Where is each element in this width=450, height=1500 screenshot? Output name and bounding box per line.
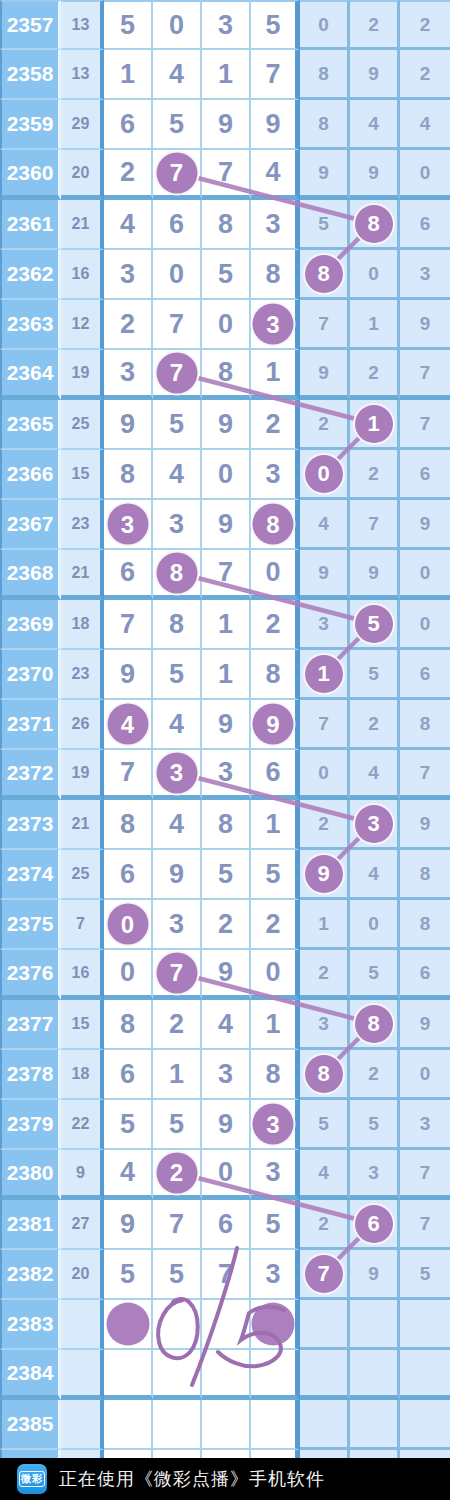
- table-row: 2372 19 7 3 3 6 0 4 7: [0, 750, 450, 800]
- period-cell: 2375: [0, 900, 61, 950]
- digit-cell-4: 1: [251, 1000, 300, 1050]
- digit-cell-4: [251, 1400, 300, 1450]
- stat-cell-2: 0: [350, 900, 400, 950]
- period-cell: 2363: [0, 300, 61, 350]
- digit-cell-3: 0: [202, 450, 251, 500]
- sum-cell: [61, 1400, 104, 1450]
- highlight-circle: 4: [105, 702, 150, 747]
- highlight-circle: 8: [251, 502, 296, 547]
- digit-cell-1: 6: [104, 550, 153, 600]
- highlight-circle: 8: [154, 550, 199, 595]
- stat-cell-3: 7: [400, 1200, 450, 1250]
- stat-cell-3: 2: [400, 50, 450, 100]
- digit-cell-1: 9: [104, 650, 153, 700]
- period-cell: 2379: [0, 1100, 61, 1150]
- stat-cell-1: 9: [300, 350, 350, 400]
- sum-cell: [61, 1300, 104, 1350]
- stat-cell-2: 9: [350, 1250, 400, 1300]
- prediction-dot: [252, 1303, 295, 1346]
- stat-cell-2: 2: [350, 450, 400, 500]
- stat-cell-1: [300, 1400, 350, 1450]
- sum-cell: 27: [61, 1200, 104, 1250]
- stat-cell-1: 5: [300, 200, 350, 250]
- period-cell: 2370: [0, 650, 61, 700]
- stat-cell-1: 5: [300, 1100, 350, 1150]
- digit-cell-1: 2: [104, 300, 153, 350]
- digit-cell-1: 6: [104, 850, 153, 900]
- table-row: 2364 19 3 7 8 1 9 2 7: [0, 350, 450, 400]
- digit-cell-1: 5: [104, 1100, 153, 1150]
- footer-status-text: 正在使用《微彩点播》手机软件: [59, 1467, 325, 1491]
- digit-cell-4: [251, 1450, 300, 1458]
- sum-cell: 23: [61, 500, 104, 550]
- stat-cell-1: 9: [300, 550, 350, 600]
- highlight-circle: 9: [303, 853, 345, 895]
- digit-cell-3: 7: [202, 150, 251, 200]
- period-cell: 2359: [0, 100, 61, 150]
- table-row: 2384: [0, 1350, 450, 1400]
- stat-cell-3: 9: [400, 500, 450, 550]
- highlight-circle: 3: [251, 302, 296, 347]
- stat-cell-2: 2: [350, 0, 400, 50]
- table-row: 2371 26 4 4 9 9 7 2 8: [0, 700, 450, 750]
- stat-cell-2: [350, 1350, 400, 1400]
- digit-cell-3: 1: [202, 650, 251, 700]
- digit-cell-3: [202, 1300, 251, 1350]
- digit-cell-4: 8: [251, 650, 300, 700]
- table-row: [0, 1450, 450, 1458]
- footer-bar: 微彩 正在使用《微彩点播》手机软件: [0, 1458, 450, 1500]
- highlight-circle: 6: [353, 1203, 395, 1245]
- table-row: 2374 25 6 9 5 5 9 4 8: [0, 850, 450, 900]
- digit-cell-1: 6: [104, 1050, 153, 1100]
- stat-cell-2: [350, 1300, 400, 1350]
- digit-cell-2: 5: [153, 400, 202, 450]
- digit-cell-3: 7: [202, 1250, 251, 1300]
- highlight-circle: 2: [154, 1150, 199, 1195]
- stat-cell-2: 2: [350, 700, 400, 750]
- digit-cell-2: [153, 1400, 202, 1450]
- table-row: 2357 13 5 0 3 5 0 2 2: [0, 0, 450, 50]
- digit-cell-4: 6: [251, 750, 300, 800]
- digit-cell-1: [104, 1350, 153, 1400]
- digit-cell-4: 8: [251, 250, 300, 300]
- digit-cell-1: 5: [104, 1250, 153, 1300]
- digit-cell-4: 8: [251, 1050, 300, 1100]
- stat-cell-2: 0: [350, 250, 400, 300]
- digit-cell-2: 4: [153, 50, 202, 100]
- sum-cell: [61, 1350, 104, 1400]
- highlight-circle: 7: [154, 150, 199, 195]
- highlight-circle: 7: [154, 350, 199, 395]
- digit-cell-3: 9: [202, 100, 251, 150]
- digit-cell-4: 3: [251, 1250, 300, 1300]
- digit-cell-2: 7: [153, 300, 202, 350]
- sum-cell: 15: [61, 1000, 104, 1050]
- period-cell: 2362: [0, 250, 61, 300]
- stat-cell-1: [300, 1300, 350, 1350]
- highlight-circle: 1: [303, 653, 345, 695]
- stat-cell-2: [350, 1400, 400, 1450]
- digit-cell-4: 9: [251, 100, 300, 150]
- digit-cell-2: 4: [153, 800, 202, 850]
- table-row: 2366 15 8 4 0 3 0 2 6: [0, 450, 450, 500]
- highlight-circle: 3: [105, 502, 150, 547]
- digit-cell-3: [202, 1400, 251, 1450]
- digit-cell-1: 9: [104, 1200, 153, 1250]
- stat-cell-1: 3: [300, 1000, 350, 1050]
- stat-cell-3: 9: [400, 300, 450, 350]
- highlight-circle: 9: [251, 702, 296, 747]
- stat-cell-1: 4: [300, 500, 350, 550]
- stat-cell-3: 7: [400, 400, 450, 450]
- digit-cell-1: 1: [104, 50, 153, 100]
- stat-cell-3: 2: [400, 0, 450, 50]
- digit-cell-2: [153, 1450, 202, 1458]
- period-cell: 2366: [0, 450, 61, 500]
- table-row: 2385: [0, 1400, 450, 1450]
- digit-cell-3: 8: [202, 800, 251, 850]
- sum-cell: 18: [61, 600, 104, 650]
- stat-cell-1: 2: [300, 800, 350, 850]
- table-row: 2380 9 4 2 0 3 4 3 7: [0, 1150, 450, 1200]
- digit-cell-3: 9: [202, 950, 251, 1000]
- digit-cell-1: 8: [104, 1000, 153, 1050]
- digit-cell-1: 2: [104, 150, 153, 200]
- digit-cell-2: 4: [153, 700, 202, 750]
- digit-cell-1: 9: [104, 400, 153, 450]
- digit-cell-3: 3: [202, 1050, 251, 1100]
- digit-cell-4: 5: [251, 1200, 300, 1250]
- digit-cell-3: 9: [202, 400, 251, 450]
- digit-cell-4: 3: [251, 450, 300, 500]
- stat-cell-3: 6: [400, 650, 450, 700]
- digit-cell-4: 3: [251, 200, 300, 250]
- stat-cell-3: 0: [400, 1050, 450, 1100]
- stat-cell-3: [400, 1400, 450, 1450]
- digit-cell-3: 3: [202, 750, 251, 800]
- digit-cell-3: 5: [202, 850, 251, 900]
- period-cell: 2384: [0, 1350, 61, 1400]
- stat-cell-2: 4: [350, 750, 400, 800]
- stat-cell-1: 7: [300, 300, 350, 350]
- digit-cell-4: 3: [251, 1150, 300, 1200]
- stat-cell-3: 5: [400, 1250, 450, 1300]
- digit-cell-3: 4: [202, 1000, 251, 1050]
- period-cell: 2374: [0, 850, 61, 900]
- digit-cell-1: 0: [104, 950, 153, 1000]
- period-cell: 2383: [0, 1300, 61, 1350]
- highlight-circle: 3: [353, 803, 395, 845]
- period-cell: 2381: [0, 1200, 61, 1250]
- period-cell: 2368: [0, 550, 61, 600]
- digit-cell-2: 4: [153, 450, 202, 500]
- sum-cell: 7: [61, 900, 104, 950]
- stat-cell-3: [400, 1350, 450, 1400]
- digit-cell-4: 0: [251, 550, 300, 600]
- digit-cell-3: 1: [202, 50, 251, 100]
- stat-cell-1: [300, 1450, 350, 1458]
- period-cell: 2357: [0, 0, 61, 50]
- digit-cell-2: 3: [153, 500, 202, 550]
- stat-cell-3: 8: [400, 900, 450, 950]
- digit-cell-3: 0: [202, 1150, 251, 1200]
- highlight-circle: 7: [303, 1253, 345, 1295]
- digit-cell-3: 2: [202, 900, 251, 950]
- period-cell: 2377: [0, 1000, 61, 1050]
- stat-cell-3: 9: [400, 1000, 450, 1050]
- stat-cell-3: [400, 1300, 450, 1350]
- stat-cell-2: 5: [350, 650, 400, 700]
- period-cell: [0, 1450, 61, 1458]
- digit-cell-3: 3: [202, 0, 251, 50]
- digit-cell-4: 1: [251, 350, 300, 400]
- highlight-circle: 7: [154, 950, 199, 995]
- stat-cell-1: 8: [300, 100, 350, 150]
- period-cell: 2378: [0, 1050, 61, 1100]
- stat-cell-3: 6: [400, 950, 450, 1000]
- digit-cell-1: 4: [104, 200, 153, 250]
- digit-cell-1: [104, 1450, 153, 1458]
- stat-cell-3: 3: [400, 250, 450, 300]
- digit-cell-2: 1: [153, 1050, 202, 1100]
- stat-cell-1: [300, 1350, 350, 1400]
- table-row: 2375 7 0 3 2 2 1 0 8: [0, 900, 450, 950]
- period-cell: 2361: [0, 200, 61, 250]
- table-row: 2368 21 6 8 7 0 9 9 0: [0, 550, 450, 600]
- stat-cell-2: 9: [350, 550, 400, 600]
- sum-cell: 21: [61, 200, 104, 250]
- stat-cell-1: 8: [300, 50, 350, 100]
- stat-cell-3: 6: [400, 200, 450, 250]
- highlight-circle: 8: [303, 1053, 345, 1095]
- sum-cell: 20: [61, 1250, 104, 1300]
- digit-cell-4: 2: [251, 600, 300, 650]
- table-row: 2358 13 1 4 1 7 8 9 2: [0, 50, 450, 100]
- digit-cell-3: 7: [202, 550, 251, 600]
- digit-cell-2: 6: [153, 200, 202, 250]
- stat-cell-2: [350, 1450, 400, 1458]
- sum-cell: 21: [61, 800, 104, 850]
- period-cell: 2365: [0, 400, 61, 450]
- digit-cell-1: 3: [104, 250, 153, 300]
- sum-cell: 22: [61, 1100, 104, 1150]
- digit-cell-1: 5: [104, 0, 153, 50]
- stat-cell-2: 4: [350, 850, 400, 900]
- period-cell: 2380: [0, 1150, 61, 1200]
- stat-cell-1: 7: [300, 700, 350, 750]
- digit-cell-2: 0: [153, 250, 202, 300]
- table-row: 2363 12 2 7 0 3 7 1 9: [0, 300, 450, 350]
- digit-cell-4: 5: [251, 0, 300, 50]
- sum-cell: 16: [61, 250, 104, 300]
- period-cell: 2364: [0, 350, 61, 400]
- stat-cell-1: 3: [300, 600, 350, 650]
- stat-cell-2: 2: [350, 350, 400, 400]
- period-cell: 2385: [0, 1400, 61, 1450]
- highlight-circle: 8: [353, 203, 395, 245]
- digit-cell-1: 4: [104, 1150, 153, 1200]
- sum-cell: 25: [61, 850, 104, 900]
- table-row: 2359 29 6 5 9 9 8 4 4: [0, 100, 450, 150]
- digit-cell-2: 7: [153, 1200, 202, 1250]
- sum-cell: 19: [61, 750, 104, 800]
- highlight-circle: 5: [353, 603, 395, 645]
- digit-cell-1: 6: [104, 100, 153, 150]
- digit-cell-1: 7: [104, 600, 153, 650]
- sum-cell: 13: [61, 50, 104, 100]
- stat-cell-2: 3: [350, 1150, 400, 1200]
- stat-cell-3: 7: [400, 750, 450, 800]
- table-row: 2370 23 9 5 1 8 1 5 6: [0, 650, 450, 700]
- highlight-circle: 0: [105, 902, 150, 947]
- stat-cell-3: 4: [400, 100, 450, 150]
- stat-cell-3: 9: [400, 800, 450, 850]
- stat-cell-2: 5: [350, 950, 400, 1000]
- digit-cell-2: 3: [153, 900, 202, 950]
- highlight-circle: 0: [303, 453, 345, 495]
- sum-cell: 26: [61, 700, 104, 750]
- digit-cell-2: 0: [153, 0, 202, 50]
- period-cell: 2372: [0, 750, 61, 800]
- sum-cell: 13: [61, 0, 104, 50]
- sum-cell: 29: [61, 100, 104, 150]
- stat-cell-2: 9: [350, 150, 400, 200]
- digit-cell-2: 9: [153, 850, 202, 900]
- digit-cell-3: 9: [202, 700, 251, 750]
- sum-cell: 21: [61, 550, 104, 600]
- table-row: 2383: [0, 1300, 450, 1350]
- digit-cell-3: [202, 1350, 251, 1400]
- stat-cell-2: 1: [350, 300, 400, 350]
- highlight-circle: 1: [353, 403, 395, 445]
- stat-cell-3: 7: [400, 350, 450, 400]
- table-row: 2379 22 5 5 9 3 5 5 3: [0, 1100, 450, 1150]
- period-cell: 2371: [0, 700, 61, 750]
- stat-cell-3: 8: [400, 700, 450, 750]
- sum-cell: 15: [61, 450, 104, 500]
- prediction-dot: [106, 1303, 149, 1346]
- digit-cell-3: 8: [202, 350, 251, 400]
- stat-cell-1: 2: [300, 400, 350, 450]
- stat-cell-2: 9: [350, 50, 400, 100]
- sum-cell: 25: [61, 400, 104, 450]
- stat-cell-3: 7: [400, 1150, 450, 1200]
- digit-cell-2: [153, 1350, 202, 1400]
- stat-cell-3: [400, 1450, 450, 1458]
- app-logo-text: 微彩: [19, 1471, 45, 1487]
- stat-cell-3: 6: [400, 450, 450, 500]
- sum-cell: 23: [61, 650, 104, 700]
- digit-cell-4: 2: [251, 400, 300, 450]
- stat-cell-2: 7: [350, 500, 400, 550]
- digit-cell-4: [251, 1350, 300, 1400]
- digit-cell-2: 2: [153, 1000, 202, 1050]
- digit-cell-3: 8: [202, 200, 251, 250]
- digit-cell-1: 7: [104, 750, 153, 800]
- stat-cell-1: 2: [300, 1200, 350, 1250]
- digit-cell-3: 6: [202, 1200, 251, 1250]
- table-row: 2378 18 6 1 3 8 8 2 0: [0, 1050, 450, 1100]
- digit-cell-4: 7: [251, 50, 300, 100]
- highlight-circle: 8: [303, 253, 345, 295]
- sum-cell: 16: [61, 950, 104, 1000]
- table-row: 2376 16 0 7 9 0 2 5 6: [0, 950, 450, 1000]
- digit-cell-4: 1: [251, 800, 300, 850]
- period-cell: 2373: [0, 800, 61, 850]
- digit-cell-2: 5: [153, 1100, 202, 1150]
- digit-cell-1: 8: [104, 800, 153, 850]
- table-row: 2367 23 3 3 9 8 4 7 9: [0, 500, 450, 550]
- stat-cell-1: 1: [300, 900, 350, 950]
- stat-cell-2: 5: [350, 1100, 400, 1150]
- period-cell: 2369: [0, 600, 61, 650]
- stat-cell-3: 0: [400, 600, 450, 650]
- trend-chart-board[interactable]: 2357 13 5 0 3 5 0 2 2 2358 13 1 4 1 7 8 …: [0, 0, 450, 1458]
- stat-cell-1: 0: [300, 0, 350, 50]
- stat-cell-1: 2: [300, 950, 350, 1000]
- digit-cell-3: 9: [202, 500, 251, 550]
- period-cell: 2360: [0, 150, 61, 200]
- stat-cell-3: 0: [400, 150, 450, 200]
- period-cell: 2367: [0, 500, 61, 550]
- digit-cell-4: 4: [251, 150, 300, 200]
- digit-cell-2: 5: [153, 100, 202, 150]
- digit-cell-4: 5: [251, 850, 300, 900]
- app-logo-icon: 微彩: [17, 1464, 47, 1494]
- digit-cell-3: [202, 1450, 251, 1458]
- period-cell: 2382: [0, 1250, 61, 1300]
- digit-cell-3: 1: [202, 600, 251, 650]
- period-cell: 2376: [0, 950, 61, 1000]
- sum-cell: 20: [61, 150, 104, 200]
- digit-cell-2: 5: [153, 1250, 202, 1300]
- stat-cell-1: 4: [300, 1150, 350, 1200]
- sum-cell: 19: [61, 350, 104, 400]
- highlight-circle: 3: [251, 1102, 296, 1147]
- stat-cell-2: 4: [350, 100, 400, 150]
- digit-cell-1: 8: [104, 450, 153, 500]
- stat-cell-3: 3: [400, 1100, 450, 1150]
- stat-cell-1: 0: [300, 750, 350, 800]
- stat-cell-1: 9: [300, 150, 350, 200]
- stat-cell-3: 0: [400, 550, 450, 600]
- table-row: 2360 20 2 7 7 4 9 9 0: [0, 150, 450, 200]
- table-row: 2362 16 3 0 5 8 8 0 3: [0, 250, 450, 300]
- digit-cell-3: 5: [202, 250, 251, 300]
- highlight-circle: 8: [353, 1003, 395, 1045]
- digit-cell-1: [104, 1400, 153, 1450]
- digit-cell-2: 8: [153, 600, 202, 650]
- table-row: 2382 20 5 5 7 3 7 9 5: [0, 1250, 450, 1300]
- digit-cell-4: 2: [251, 900, 300, 950]
- digit-cell-2: [153, 1300, 202, 1350]
- digit-cell-3: 0: [202, 300, 251, 350]
- stat-cell-3: 8: [400, 850, 450, 900]
- stat-cell-2: 2: [350, 1050, 400, 1100]
- sum-cell: 9: [61, 1150, 104, 1200]
- digit-cell-2: 5: [153, 650, 202, 700]
- digit-cell-1: 3: [104, 350, 153, 400]
- highlight-circle: 3: [154, 750, 199, 795]
- digit-cell-4: 0: [251, 950, 300, 1000]
- sum-cell: 12: [61, 300, 104, 350]
- sum-cell: [61, 1450, 104, 1458]
- sum-cell: 18: [61, 1050, 104, 1100]
- digit-cell-3: 9: [202, 1100, 251, 1150]
- period-cell: 2358: [0, 50, 61, 100]
